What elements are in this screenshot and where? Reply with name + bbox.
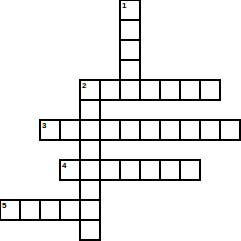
cell-r6-c11[interactable]	[219, 119, 241, 141]
cell-r8-c4[interactable]	[79, 159, 101, 181]
cell-r9-c4[interactable]	[79, 179, 101, 201]
cell-r0-c6[interactable]: 1	[119, 0, 141, 21]
clue-number-1: 1	[122, 1, 126, 10]
cell-r10-c3[interactable]	[59, 199, 81, 221]
cell-r4-c10[interactable]	[199, 79, 221, 101]
cell-r5-c4[interactable]	[79, 99, 101, 121]
crossword-board: 12345	[0, 0, 241, 241]
cell-r2-c6[interactable]	[119, 39, 141, 61]
cell-r10-c4[interactable]	[79, 199, 101, 221]
cell-r4-c8[interactable]	[159, 79, 181, 101]
cell-r6-c5[interactable]	[99, 119, 121, 141]
cell-r6-c7[interactable]	[139, 119, 161, 141]
clue-number-4: 4	[62, 161, 66, 170]
cell-r3-c6[interactable]	[119, 59, 141, 81]
cell-r6-c2[interactable]: 3	[39, 119, 61, 141]
cell-r6-c8[interactable]	[159, 119, 181, 141]
clue-number-5: 5	[2, 201, 6, 210]
cell-r6-c10[interactable]	[199, 119, 221, 141]
cell-r10-c0[interactable]: 5	[0, 199, 21, 221]
cell-r6-c9[interactable]	[179, 119, 201, 141]
cell-r8-c7[interactable]	[139, 159, 161, 181]
cell-r8-c5[interactable]	[99, 159, 121, 181]
cell-r10-c1[interactable]	[19, 199, 41, 221]
cell-r8-c6[interactable]	[119, 159, 141, 181]
cell-r4-c6[interactable]	[119, 79, 141, 101]
cell-r4-c4[interactable]: 2	[79, 79, 101, 101]
cell-r11-c4[interactable]	[79, 219, 101, 241]
clue-number-3: 3	[42, 121, 46, 130]
cell-r4-c7[interactable]	[139, 79, 161, 101]
cell-r4-c9[interactable]	[179, 79, 201, 101]
cell-r6-c6[interactable]	[119, 119, 141, 141]
cell-r7-c4[interactable]	[79, 139, 101, 161]
cell-r8-c8[interactable]	[159, 159, 181, 181]
cell-r4-c5[interactable]	[99, 79, 121, 101]
cell-r6-c4[interactable]	[79, 119, 101, 141]
cell-r8-c3[interactable]: 4	[59, 159, 81, 181]
clue-number-2: 2	[82, 81, 86, 90]
cell-r1-c6[interactable]	[119, 19, 141, 41]
cell-r10-c2[interactable]	[39, 199, 61, 221]
cell-r6-c3[interactable]	[59, 119, 81, 141]
cell-r8-c9[interactable]	[179, 159, 201, 181]
